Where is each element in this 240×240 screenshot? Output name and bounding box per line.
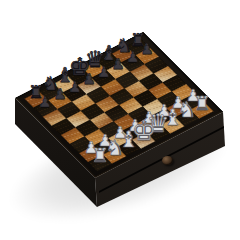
drawer-knob-icon: [162, 156, 173, 165]
chess-set-photo: ♜♞♝♛♚♝♞♜♟♟♟♟♟♟♟♟♟♟♟♟♟♟♟♟♜♞♝♛♚♝♞♜: [0, 0, 240, 240]
